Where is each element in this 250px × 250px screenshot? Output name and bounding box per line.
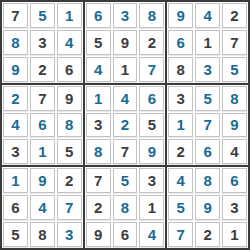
sudoku-cell-r1c4[interactable]: 6 — [86, 3, 111, 28]
sudoku-cell-r5c9[interactable]: 9 — [222, 113, 247, 138]
sudoku-cell-r4c1[interactable]: 2 — [3, 86, 28, 111]
sudoku-cell-r2c8[interactable]: 1 — [195, 30, 220, 55]
sudoku-cell-r4c8[interactable]: 5 — [195, 86, 220, 111]
sudoku-cell-r9c6[interactable]: 4 — [139, 222, 164, 247]
sudoku-cell-r4c3[interactable]: 9 — [57, 86, 82, 111]
sudoku-cell-r6c3[interactable]: 5 — [57, 139, 82, 164]
sudoku-cell-r8c3[interactable]: 7 — [57, 195, 82, 220]
sudoku-cell-r4c4[interactable]: 1 — [86, 86, 111, 111]
sudoku-cell-r6c7[interactable]: 2 — [168, 139, 193, 164]
sudoku-box-2: 638592417 — [85, 2, 166, 83]
sudoku-cell-r7c2[interactable]: 9 — [30, 168, 55, 193]
sudoku-cell-r8c1[interactable]: 6 — [3, 195, 28, 220]
sudoku-cell-r8c5[interactable]: 8 — [113, 195, 138, 220]
sudoku-cell-r3c7[interactable]: 8 — [168, 57, 193, 82]
sudoku-cell-r5c7[interactable]: 1 — [168, 113, 193, 138]
sudoku-cell-r1c9[interactable]: 2 — [222, 3, 247, 28]
sudoku-cell-r1c5[interactable]: 3 — [113, 3, 138, 28]
sudoku-cell-r5c8[interactable]: 7 — [195, 113, 220, 138]
sudoku-cell-r9c5[interactable]: 6 — [113, 222, 138, 247]
sudoku-cell-r2c7[interactable]: 6 — [168, 30, 193, 55]
sudoku-cell-r2c9[interactable]: 7 — [222, 30, 247, 55]
sudoku-cell-r6c9[interactable]: 4 — [222, 139, 247, 164]
sudoku-cell-r7c9[interactable]: 6 — [222, 168, 247, 193]
sudoku-cell-r3c6[interactable]: 7 — [139, 57, 164, 82]
sudoku-cell-r6c4[interactable]: 8 — [86, 139, 111, 164]
sudoku-cell-r6c2[interactable]: 1 — [30, 139, 55, 164]
sudoku-cell-r4c9[interactable]: 8 — [222, 86, 247, 111]
sudoku-cell-r3c3[interactable]: 6 — [57, 57, 82, 82]
sudoku-cell-r4c2[interactable]: 7 — [30, 86, 55, 111]
sudoku-cell-r9c9[interactable]: 1 — [222, 222, 247, 247]
sudoku-cell-r8c7[interactable]: 5 — [168, 195, 193, 220]
sudoku-cell-r1c8[interactable]: 4 — [195, 3, 220, 28]
sudoku-box-5: 146325879 — [85, 85, 166, 166]
sudoku-cell-r9c8[interactable]: 2 — [195, 222, 220, 247]
sudoku-cell-r2c3[interactable]: 4 — [57, 30, 82, 55]
sudoku-cell-r3c5[interactable]: 1 — [113, 57, 138, 82]
sudoku-cell-r2c5[interactable]: 9 — [113, 30, 138, 55]
sudoku-cell-r7c7[interactable]: 4 — [168, 168, 193, 193]
sudoku-cell-r8c9[interactable]: 3 — [222, 195, 247, 220]
sudoku-cell-r7c4[interactable]: 7 — [86, 168, 111, 193]
sudoku-cell-r6c6[interactable]: 9 — [139, 139, 164, 164]
sudoku-box-9: 486593721 — [167, 167, 248, 248]
sudoku-cell-r9c2[interactable]: 8 — [30, 222, 55, 247]
sudoku-cell-r5c3[interactable]: 8 — [57, 113, 82, 138]
sudoku-cell-r5c2[interactable]: 6 — [30, 113, 55, 138]
sudoku-cell-r6c1[interactable]: 3 — [3, 139, 28, 164]
sudoku-box-8: 753281964 — [85, 167, 166, 248]
sudoku-cell-r1c2[interactable]: 5 — [30, 3, 55, 28]
sudoku-cell-r3c9[interactable]: 5 — [222, 57, 247, 82]
sudoku-cell-r7c6[interactable]: 3 — [139, 168, 164, 193]
sudoku-cell-r6c5[interactable]: 7 — [113, 139, 138, 164]
sudoku-cell-r7c8[interactable]: 8 — [195, 168, 220, 193]
sudoku-cell-r5c4[interactable]: 3 — [86, 113, 111, 138]
sudoku-box-7: 192647583 — [2, 167, 83, 248]
sudoku-cell-r7c1[interactable]: 1 — [3, 168, 28, 193]
sudoku-cell-r6c8[interactable]: 6 — [195, 139, 220, 164]
sudoku-cell-r1c3[interactable]: 1 — [57, 3, 82, 28]
sudoku-box-3: 942617835 — [167, 2, 248, 83]
sudoku-cell-r1c6[interactable]: 8 — [139, 3, 164, 28]
sudoku-cell-r5c5[interactable]: 2 — [113, 113, 138, 138]
sudoku-box-6: 358179264 — [167, 85, 248, 166]
sudoku-cell-r3c2[interactable]: 2 — [30, 57, 55, 82]
sudoku-box-1: 751834926 — [2, 2, 83, 83]
sudoku-cell-r1c1[interactable]: 7 — [3, 3, 28, 28]
sudoku-cell-r5c6[interactable]: 5 — [139, 113, 164, 138]
sudoku-box-4: 279468315 — [2, 85, 83, 166]
sudoku-cell-r8c4[interactable]: 2 — [86, 195, 111, 220]
sudoku-cell-r4c7[interactable]: 3 — [168, 86, 193, 111]
sudoku-cell-r9c3[interactable]: 3 — [57, 222, 82, 247]
sudoku-cell-r2c1[interactable]: 8 — [3, 30, 28, 55]
sudoku-cell-r8c8[interactable]: 9 — [195, 195, 220, 220]
sudoku-board: 7518349266385924179426178352794683151463… — [0, 0, 250, 250]
sudoku-cell-r3c1[interactable]: 9 — [3, 57, 28, 82]
sudoku-cell-r4c5[interactable]: 4 — [113, 86, 138, 111]
sudoku-cell-r1c7[interactable]: 9 — [168, 3, 193, 28]
sudoku-cell-r4c6[interactable]: 6 — [139, 86, 164, 111]
sudoku-cell-r2c2[interactable]: 3 — [30, 30, 55, 55]
sudoku-cell-r9c4[interactable]: 9 — [86, 222, 111, 247]
sudoku-cell-r2c6[interactable]: 2 — [139, 30, 164, 55]
sudoku-cell-r3c8[interactable]: 3 — [195, 57, 220, 82]
sudoku-cell-r7c3[interactable]: 2 — [57, 168, 82, 193]
sudoku-cell-r7c5[interactable]: 5 — [113, 168, 138, 193]
sudoku-cell-r9c1[interactable]: 5 — [3, 222, 28, 247]
sudoku-cell-r3c4[interactable]: 4 — [86, 57, 111, 82]
sudoku-cell-r5c1[interactable]: 4 — [3, 113, 28, 138]
sudoku-cell-r2c4[interactable]: 5 — [86, 30, 111, 55]
sudoku-cell-r8c6[interactable]: 1 — [139, 195, 164, 220]
sudoku-cell-r8c2[interactable]: 4 — [30, 195, 55, 220]
sudoku-cell-r9c7[interactable]: 7 — [168, 222, 193, 247]
